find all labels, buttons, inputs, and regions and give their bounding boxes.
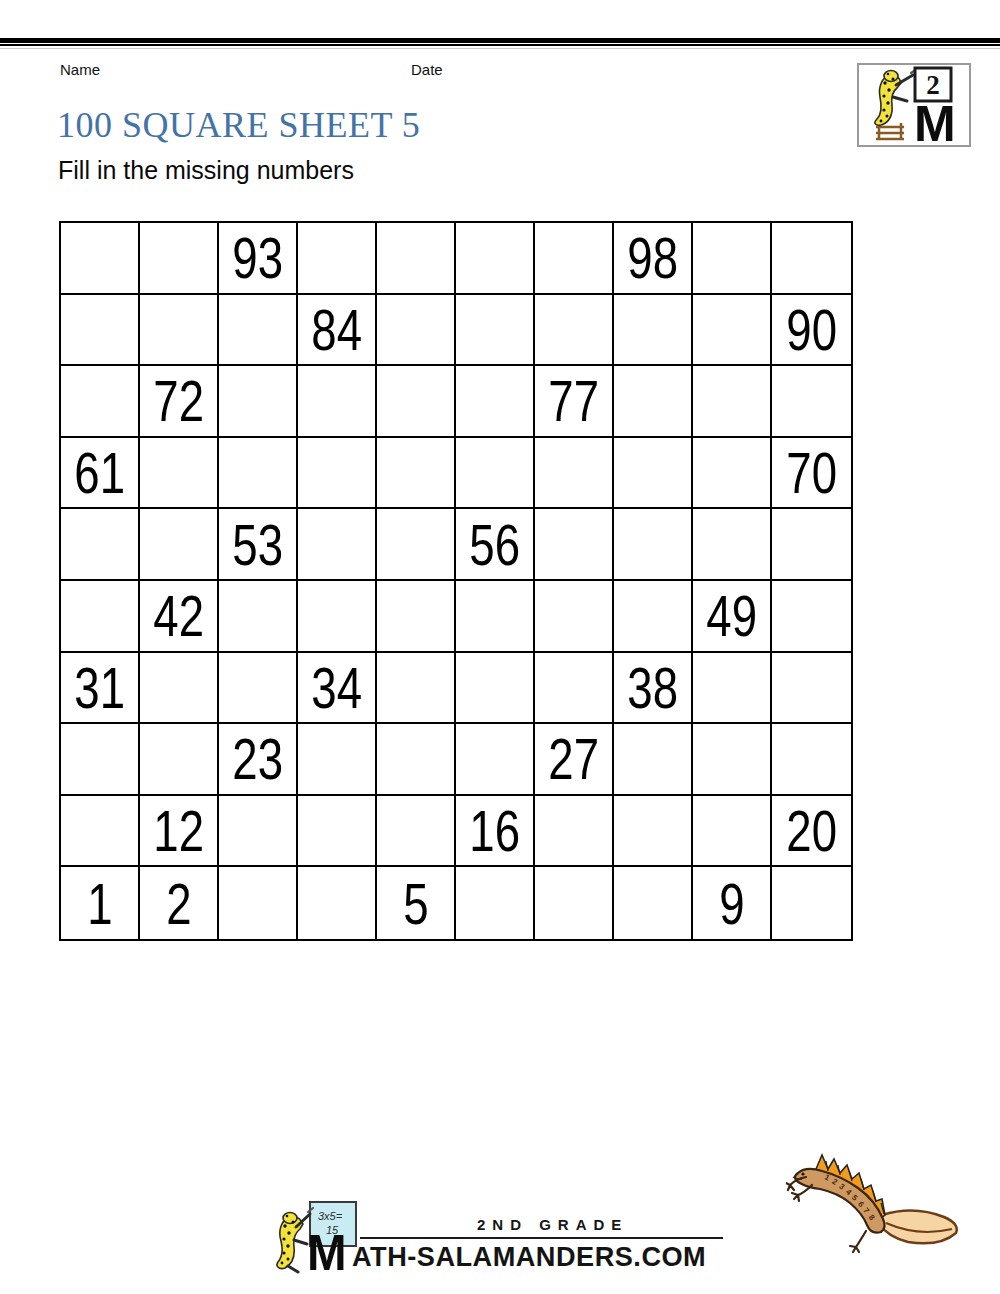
grid-cell-r3c10[interactable] <box>772 366 851 438</box>
grid-cell-r5c10[interactable] <box>772 509 851 581</box>
given-number: 27 <box>548 729 599 788</box>
newt-illustration: 123456789 <box>786 1143 986 1258</box>
given-number: 56 <box>469 515 520 574</box>
given-number: 49 <box>706 586 757 645</box>
grid-cell-r1c6[interactable] <box>456 223 535 295</box>
grid-cell-r7c2[interactable] <box>140 653 219 725</box>
grid-cell-r2c9[interactable] <box>693 295 772 367</box>
grid-cell-r6c9: 49 <box>693 581 772 653</box>
grid-cell-r6c6[interactable] <box>456 581 535 653</box>
footer-brand-text: ATH-SALAMANDERS.COM <box>352 1241 706 1273</box>
grid-cell-r8c7: 27 <box>535 724 614 796</box>
grid-cell-r1c5[interactable] <box>377 223 456 295</box>
grid-cell-r2c6[interactable] <box>456 295 535 367</box>
given-number: 42 <box>153 586 204 645</box>
grid-cell-r6c10[interactable] <box>772 581 851 653</box>
grid-cell-r10c1: 1 <box>61 867 140 939</box>
grid-cell-r2c3[interactable] <box>219 295 298 367</box>
given-number: 72 <box>153 371 204 430</box>
footer-brand-monogram: M <box>307 1228 347 1278</box>
grid-cell-r8c4[interactable] <box>298 724 377 796</box>
whiteboard-line1: 3x5= <box>318 1210 343 1222</box>
grid-cell-r9c7[interactable] <box>535 796 614 868</box>
grid-cell-r3c6[interactable] <box>456 366 535 438</box>
grid-cell-r4c6[interactable] <box>456 438 535 510</box>
grid-cell-r3c3[interactable] <box>219 366 298 438</box>
grid-cell-r3c7: 77 <box>535 366 614 438</box>
grid-cell-r9c2: 12 <box>140 796 219 868</box>
grid-cell-r5c3: 53 <box>219 509 298 581</box>
given-number: 20 <box>786 801 837 860</box>
hundred-square-grid: 9398849072776170535642493134382327121620… <box>59 221 853 941</box>
grid-cell-r4c10: 70 <box>772 438 851 510</box>
grid-cell-r7c5[interactable] <box>377 653 456 725</box>
grid-cell-r1c7[interactable] <box>535 223 614 295</box>
grid-cell-r5c1[interactable] <box>61 509 140 581</box>
grid-cell-r1c4[interactable] <box>298 223 377 295</box>
grid-cell-r4c7[interactable] <box>535 438 614 510</box>
grid-cell-r10c2: 2 <box>140 867 219 939</box>
grid-cell-r2c7[interactable] <box>535 295 614 367</box>
logo-monogram: M <box>914 96 956 147</box>
given-number: 70 <box>786 443 837 502</box>
given-number: 93 <box>232 228 283 287</box>
grid-cell-r6c5[interactable] <box>377 581 456 653</box>
grid-cell-r2c4: 84 <box>298 295 377 367</box>
grid-cell-r10c9: 9 <box>693 867 772 939</box>
footer-grade-text: 2ND GRADE <box>477 1216 628 1233</box>
date-label: Date <box>411 61 443 78</box>
page-title: 100 SQUARE SHEET 5 <box>57 104 420 146</box>
given-number: 9 <box>719 874 744 933</box>
grid-cell-r6c3[interactable] <box>219 581 298 653</box>
grid-cell-r9c10: 20 <box>772 796 851 868</box>
given-number: 1 <box>87 874 112 933</box>
given-number: 90 <box>786 300 837 359</box>
given-number: 38 <box>627 658 678 717</box>
grid-cell-r4c5[interactable] <box>377 438 456 510</box>
grid-cell-r3c8[interactable] <box>614 366 693 438</box>
grid-cell-r9c8[interactable] <box>614 796 693 868</box>
given-number: 77 <box>548 371 599 430</box>
grid-cell-r3c1[interactable] <box>61 366 140 438</box>
grid-cell-r8c5[interactable] <box>377 724 456 796</box>
given-number: 61 <box>74 443 125 502</box>
given-number: 31 <box>74 658 125 717</box>
given-number: 23 <box>232 729 283 788</box>
grid-cell-r4c2[interactable] <box>140 438 219 510</box>
grid-cell-r2c10: 90 <box>772 295 851 367</box>
grid-cell-r7c6[interactable] <box>456 653 535 725</box>
grid-cell-r7c1: 31 <box>61 653 140 725</box>
grid-cell-r8c8[interactable] <box>614 724 693 796</box>
grid-cell-r7c9[interactable] <box>693 653 772 725</box>
grid-cell-r10c6[interactable] <box>456 867 535 939</box>
given-number: 2 <box>166 874 191 933</box>
footer-rule <box>360 1237 723 1239</box>
grid-cell-r7c3[interactable] <box>219 653 298 725</box>
math-salamanders-grade-2-logo: 2 M <box>857 63 971 147</box>
grid-cell-r4c1: 61 <box>61 438 140 510</box>
grid-cell-r10c7[interactable] <box>535 867 614 939</box>
grid-cell-r4c8[interactable] <box>614 438 693 510</box>
grid-cell-r1c8: 98 <box>614 223 693 295</box>
grid-cell-r1c3: 93 <box>219 223 298 295</box>
grid-cell-r4c4[interactable] <box>298 438 377 510</box>
name-label: Name <box>60 61 100 78</box>
grid-cell-r6c8[interactable] <box>614 581 693 653</box>
newt-tail <box>878 1210 957 1243</box>
grid-cell-r9c1[interactable] <box>61 796 140 868</box>
grid-cell-r3c2: 72 <box>140 366 219 438</box>
grid-cell-r9c5[interactable] <box>377 796 456 868</box>
grid-cell-r1c10[interactable] <box>772 223 851 295</box>
grid-cell-r7c8: 38 <box>614 653 693 725</box>
given-number: 12 <box>153 801 204 860</box>
grid-cell-r2c2[interactable] <box>140 295 219 367</box>
grid-cell-r10c10[interactable] <box>772 867 851 939</box>
grid-cell-r1c1[interactable] <box>61 223 140 295</box>
given-number: 5 <box>403 874 428 933</box>
grid-cell-r10c5: 5 <box>377 867 456 939</box>
grid-cell-r8c1[interactable] <box>61 724 140 796</box>
grid-cell-r5c2[interactable] <box>140 509 219 581</box>
grid-cell-r6c4[interactable] <box>298 581 377 653</box>
grid-cell-r6c7[interactable] <box>535 581 614 653</box>
top-rule-shadow <box>0 48 1000 49</box>
grid-cell-r2c8[interactable] <box>614 295 693 367</box>
given-number: 84 <box>311 300 362 359</box>
grid-cell-r6c1[interactable] <box>61 581 140 653</box>
grid-cell-r8c3: 23 <box>219 724 298 796</box>
grid-cell-r9c4[interactable] <box>298 796 377 868</box>
grid-cell-r10c4[interactable] <box>298 867 377 939</box>
grid-cell-r7c4: 34 <box>298 653 377 725</box>
page-subtitle: Fill in the missing numbers <box>58 156 354 185</box>
top-double-rule <box>0 38 1000 46</box>
grid-cell-r9c6: 16 <box>456 796 535 868</box>
grid-cell-r8c6[interactable] <box>456 724 535 796</box>
grid-cell-r3c5[interactable] <box>377 366 456 438</box>
grid-cell-r5c9[interactable] <box>693 509 772 581</box>
given-number: 53 <box>232 515 283 574</box>
given-number: 34 <box>311 658 362 717</box>
grid-cell-r2c1[interactable] <box>61 295 140 367</box>
grid-cell-r5c7[interactable] <box>535 509 614 581</box>
grid-cell-r10c3[interactable] <box>219 867 298 939</box>
grid-cell-r5c6: 56 <box>456 509 535 581</box>
grid-cell-r2c5[interactable] <box>377 295 456 367</box>
grid-cell-r8c2[interactable] <box>140 724 219 796</box>
grid-cell-r1c2[interactable] <box>140 223 219 295</box>
grid-cell-r1c9[interactable] <box>693 223 772 295</box>
grid-cell-r9c3[interactable] <box>219 796 298 868</box>
given-number: 98 <box>627 228 678 287</box>
grid-cell-r7c7[interactable] <box>535 653 614 725</box>
grid-cell-r8c10[interactable] <box>772 724 851 796</box>
grid-cell-r7c10[interactable] <box>772 653 851 725</box>
given-number: 16 <box>469 801 520 860</box>
grid-cell-r3c4[interactable] <box>298 366 377 438</box>
grid-cell-r10c8[interactable] <box>614 867 693 939</box>
grid-cell-r8c9[interactable] <box>693 724 772 796</box>
grid-cell-r6c2: 42 <box>140 581 219 653</box>
grid-cell-r3c9[interactable] <box>693 366 772 438</box>
grid-cell-r9c9[interactable] <box>693 796 772 868</box>
grid-cell-r5c8[interactable] <box>614 509 693 581</box>
grid-cell-r5c5[interactable] <box>377 509 456 581</box>
grid-cell-r4c3[interactable] <box>219 438 298 510</box>
grid-cell-r4c9[interactable] <box>693 438 772 510</box>
grid-cell-r5c4[interactable] <box>298 509 377 581</box>
